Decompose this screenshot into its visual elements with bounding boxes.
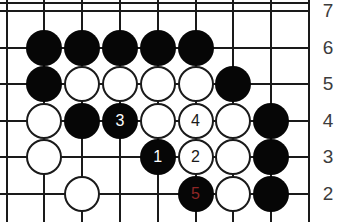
move-number: 5	[191, 186, 200, 202]
row-label-4: 4	[312, 110, 343, 132]
move-1-stone-black: 1	[140, 139, 176, 175]
stone-black	[253, 139, 289, 175]
row-label-6: 6	[312, 37, 343, 59]
stone-white	[26, 103, 62, 139]
move-number: 4	[191, 113, 200, 129]
move-5-stone-black: 5	[178, 176, 214, 212]
stone-white	[178, 66, 214, 102]
stone-black	[64, 30, 100, 66]
stone-black	[253, 176, 289, 212]
grid-hline-row-7	[0, 10, 310, 12]
move-number: 3	[115, 113, 124, 129]
stone-black	[26, 66, 62, 102]
go-diagram: 34125 765432	[0, 0, 343, 222]
stone-white	[215, 103, 251, 139]
stone-white	[215, 176, 251, 212]
move-3-stone-black: 3	[102, 103, 138, 139]
move-number: 1	[153, 149, 162, 165]
stone-white	[64, 66, 100, 102]
stone-white	[26, 139, 62, 175]
stone-white	[140, 103, 176, 139]
move-number: 2	[191, 149, 200, 165]
move-2-stone-white: 2	[178, 139, 214, 175]
row-label-5: 5	[312, 73, 343, 95]
stone-black	[253, 103, 289, 139]
stone-black	[64, 103, 100, 139]
stone-black	[178, 30, 214, 66]
go-board: 34125	[0, 0, 343, 222]
row-label-3: 3	[312, 146, 343, 168]
stone-white	[102, 66, 138, 102]
row-label-2: 2	[312, 183, 343, 205]
move-4-stone-white: 4	[178, 103, 214, 139]
stone-black	[215, 66, 251, 102]
stone-black	[140, 30, 176, 66]
stone-white	[215, 139, 251, 175]
stone-black	[26, 30, 62, 66]
row-label-7: 7	[312, 0, 343, 22]
stone-white	[140, 66, 176, 102]
partial-grid-line-top	[0, 2, 310, 4]
stone-black	[102, 30, 138, 66]
stone-white	[64, 176, 100, 212]
grid-vline-9	[308, 0, 310, 222]
grid-vline-1	[6, 0, 8, 222]
